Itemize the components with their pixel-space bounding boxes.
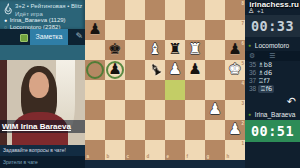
square-e6[interactable]: ♜: [165, 40, 185, 60]
file-coordinate: f: [187, 154, 189, 159]
square-g4[interactable]: [205, 80, 225, 100]
white-pawn[interactable]: ♟: [205, 100, 225, 120]
square-g7[interactable]: [205, 20, 225, 40]
webcam-caption: WIM Irina Baraeva: [0, 120, 85, 133]
chat-toggle[interactable]: [20, 34, 28, 42]
chess-board[interactable]: 8♟7♚♝♜♜6♟♟♝♟♟5♚4♟32♟abcdefg1h: [85, 0, 245, 160]
square-h1[interactable]: 1h: [225, 140, 245, 160]
square-a3[interactable]: [85, 100, 105, 120]
stream-chat-bar: Зрители в чате: [0, 156, 85, 168]
black-king[interactable]: ♚: [105, 40, 125, 60]
move-number: 35: [245, 61, 258, 69]
move-list: 35♗b836♗d637♖f738♖f6: [245, 61, 300, 93]
square-f4[interactable]: [185, 80, 205, 100]
square-e1[interactable]: e: [165, 140, 185, 160]
move-number: 37: [245, 77, 258, 85]
square-a1[interactable]: a: [85, 140, 105, 160]
rank-coordinate: 2: [241, 121, 244, 126]
online-dot-icon: ●: [248, 42, 251, 48]
tab-notes[interactable]: Заметка: [30, 29, 68, 45]
square-h2[interactable]: 2♟: [225, 120, 245, 140]
square-d8[interactable]: [145, 0, 165, 20]
file-coordinate: e: [167, 154, 170, 159]
square-h4[interactable]: 4: [225, 80, 245, 100]
square-a5[interactable]: [85, 60, 105, 80]
square-b7[interactable]: [105, 20, 125, 40]
square-a2[interactable]: [85, 120, 105, 140]
black-pawn[interactable]: ♟: [105, 60, 125, 80]
black-pawn[interactable]: ♟: [85, 20, 105, 40]
square-b4[interactable]: [105, 80, 125, 100]
annotation-circle: [86, 61, 104, 79]
square-d4[interactable]: [145, 80, 165, 100]
game-meta-box: 3+2 • Рейтинговая • Blitz Идёт игра ● Ir…: [0, 0, 85, 29]
square-c7[interactable]: [125, 20, 145, 40]
rank-coordinate: 6: [241, 41, 244, 46]
square-h5[interactable]: 5♚: [225, 60, 245, 80]
notes-pencil-icon[interactable]: ✎: [75, 31, 83, 41]
square-a8[interactable]: [85, 0, 105, 20]
square-d2[interactable]: [145, 120, 165, 140]
square-f2[interactable]: [185, 120, 205, 140]
movelist-toolbar: ⚙ ☰: [245, 51, 300, 61]
square-h3[interactable]: 3: [225, 100, 245, 120]
player-name[interactable]: Irina_Baraeva: [255, 111, 295, 118]
settings-gear-icon[interactable]: ⚙: [249, 51, 255, 61]
square-e4[interactable]: [165, 80, 185, 100]
takeback-arrow-icon[interactable]: ↶: [287, 95, 296, 107]
square-c1[interactable]: c: [125, 140, 145, 160]
square-g5[interactable]: [205, 60, 225, 80]
white-pawn[interactable]: ♟: [165, 60, 185, 80]
square-a6[interactable]: [85, 40, 105, 60]
streamer-face: [29, 72, 49, 98]
square-e8[interactable]: [165, 0, 185, 20]
square-b6[interactable]: ♚: [105, 40, 125, 60]
square-e2[interactable]: [165, 120, 185, 140]
white-rook[interactable]: ♜: [185, 40, 205, 60]
rank-coordinate: 4: [241, 81, 244, 86]
square-f7[interactable]: [185, 20, 205, 40]
square-f5[interactable]: ♟: [185, 60, 205, 80]
time-control-label: 3+2 • Рейтинговая • Blitz: [15, 3, 82, 9]
square-e7[interactable]: [165, 20, 185, 40]
captured-material: ♙ +1: [248, 8, 264, 15]
stream-info-bar: Задавайте вопросы в чате!: [0, 145, 85, 156]
webcam-video: WIM Irina Baraeva: [0, 60, 85, 145]
square-h6[interactable]: 6♟: [225, 40, 245, 60]
square-b8[interactable]: [105, 0, 125, 20]
opponent-clock: 00:33: [245, 15, 300, 37]
black-rook[interactable]: ♜: [165, 40, 185, 60]
menu-hamburger-icon[interactable]: ☰: [269, 51, 275, 61]
file-coordinate: c: [127, 154, 130, 159]
square-d1[interactable]: d: [145, 140, 165, 160]
left-panel: 3+2 • Рейтинговая • Blitz Идёт игра ● Ir…: [0, 0, 85, 168]
opponent-name-row[interactable]: ● Locomotoro: [248, 41, 298, 50]
square-e3[interactable]: [165, 100, 185, 120]
move-row[interactable]: 36♗d6: [245, 69, 300, 77]
square-g2[interactable]: [205, 120, 225, 140]
square-c3[interactable]: [125, 100, 145, 120]
square-b1[interactable]: b: [105, 140, 125, 160]
blitz-fire-icon: [3, 3, 13, 16]
move-number: 38: [245, 85, 258, 93]
white-player-name[interactable]: Irina_Baraeva: [10, 17, 47, 23]
black-pawn[interactable]: ♟: [185, 60, 205, 80]
file-coordinate: b: [107, 154, 110, 159]
square-d5[interactable]: ♝: [145, 60, 165, 80]
rank-coordinate: 8: [241, 1, 244, 6]
file-coordinate: h: [227, 154, 230, 159]
white-bishop[interactable]: ♝: [145, 40, 165, 60]
move-san[interactable]: ♗d6: [258, 69, 272, 77]
square-e5[interactable]: ♟: [165, 60, 185, 80]
square-a7[interactable]: ♟: [85, 20, 105, 40]
square-f3[interactable]: [185, 100, 205, 120]
square-b5[interactable]: ♟: [105, 60, 125, 80]
white-piece-dot-icon: ●: [3, 17, 8, 23]
square-d7[interactable]: [145, 20, 165, 40]
stream-watermark: irinachess.ru: [249, 0, 299, 9]
square-g3[interactable]: ♟: [205, 100, 225, 120]
white-player-row[interactable]: ● Irina_Baraeva (1129): [3, 17, 66, 23]
square-c8[interactable]: [125, 0, 145, 20]
square-g6[interactable]: [205, 40, 225, 60]
square-c4[interactable]: [125, 80, 145, 100]
square-b3[interactable]: [105, 100, 125, 120]
square-f1[interactable]: f: [185, 140, 205, 160]
square-b2[interactable]: [105, 120, 125, 140]
move-number: 36: [245, 69, 258, 77]
square-h8[interactable]: 8: [225, 0, 245, 20]
move-san[interactable]: ♖f7: [258, 77, 270, 85]
move-row[interactable]: 38♖f6: [245, 85, 300, 93]
square-a4[interactable]: [85, 80, 105, 100]
white-player-rating: (1129): [49, 17, 66, 23]
move-san-current[interactable]: ♖f6: [258, 85, 274, 93]
opponent-name[interactable]: Locomotoro: [255, 42, 289, 49]
file-coordinate: g: [207, 154, 210, 159]
rank-coordinate: 7: [241, 21, 244, 26]
file-coordinate: a: [87, 154, 90, 159]
online-dot-icon: ●: [248, 111, 251, 117]
square-g1[interactable]: g: [205, 140, 225, 160]
rank-coordinate: 1: [241, 141, 244, 146]
move-san[interactable]: ♗b8: [258, 61, 272, 69]
game-side-panel: ♙ +1 00:33 ● Locomotoro ⚙ ☰ 35♗b836♗d637…: [245, 0, 300, 168]
square-c5[interactable]: [125, 60, 145, 80]
panel-spacer: [0, 45, 85, 60]
rank-coordinate: 3: [241, 101, 244, 106]
move-row[interactable]: 37♖f7: [245, 77, 300, 85]
square-f8[interactable]: [185, 0, 205, 20]
square-d3[interactable]: [145, 100, 165, 120]
player-name-row[interactable]: ● Irina_Baraeva: [248, 110, 298, 119]
file-coordinate: d: [147, 154, 150, 159]
square-f6[interactable]: ♜: [185, 40, 205, 60]
square-h7[interactable]: 7: [225, 20, 245, 40]
square-g8[interactable]: [205, 0, 225, 20]
move-row[interactable]: 35♗b8: [245, 61, 300, 69]
rank-coordinate: 5: [241, 61, 244, 66]
square-c6[interactable]: [125, 40, 145, 60]
square-d6[interactable]: ♝: [145, 40, 165, 60]
stream-screenshot: 3+2 • Рейтинговая • Blitz Идёт игра ● Ir…: [0, 0, 300, 168]
game-status-label: Идёт игра: [15, 11, 43, 17]
player-clock-active: 00:51: [245, 120, 300, 142]
square-c2[interactable]: [125, 120, 145, 140]
